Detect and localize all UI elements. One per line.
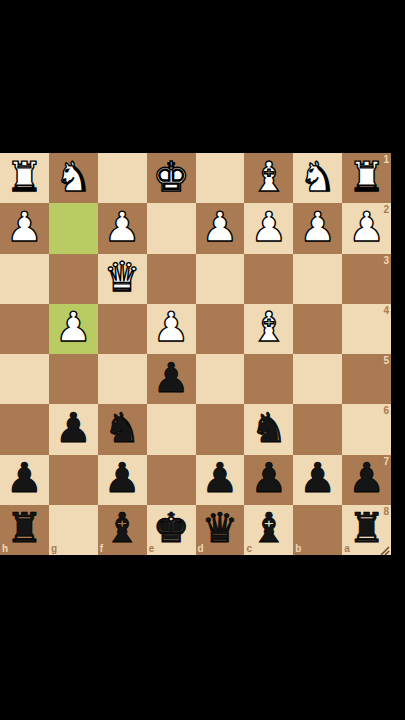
white-pawn[interactable]: ♟	[202, 207, 239, 248]
white-queen[interactable]: ♛	[104, 257, 141, 298]
white-pawn[interactable]: ♟	[6, 207, 43, 248]
rank-label-2: 2	[383, 205, 389, 215]
square-c6[interactable]: ♞	[244, 404, 293, 454]
square-h4[interactable]	[0, 304, 49, 354]
square-c2[interactable]: ♟	[244, 203, 293, 253]
square-f5[interactable]	[98, 354, 147, 404]
square-h6[interactable]	[0, 404, 49, 454]
board-resize-handle-icon[interactable]	[378, 542, 390, 554]
square-e2[interactable]	[147, 203, 196, 253]
square-b4[interactable]	[293, 304, 342, 354]
square-g5[interactable]	[49, 354, 98, 404]
file-label-a: a	[344, 544, 350, 554]
rank-label-4: 4	[383, 306, 389, 316]
square-g6[interactable]: ♟	[49, 404, 98, 454]
square-g2[interactable]	[49, 203, 98, 253]
white-pawn[interactable]: ♟	[348, 207, 385, 248]
square-a4[interactable]: 4	[342, 304, 391, 354]
white-bishop[interactable]: ♝	[250, 307, 287, 348]
square-c1[interactable]: ♝	[244, 153, 293, 203]
square-f2[interactable]: ♟	[98, 203, 147, 253]
square-e7[interactable]	[147, 455, 196, 505]
white-knight[interactable]: ♞	[55, 157, 92, 198]
square-d8[interactable]: ♛d	[196, 505, 245, 555]
square-h5[interactable]	[0, 354, 49, 404]
white-pawn[interactable]: ♟	[153, 307, 190, 348]
square-g1[interactable]: ♞	[49, 153, 98, 203]
square-b1[interactable]: ♞	[293, 153, 342, 203]
square-c5[interactable]	[244, 354, 293, 404]
file-label-d: d	[198, 544, 204, 554]
square-c4[interactable]: ♝	[244, 304, 293, 354]
black-knight[interactable]: ♞	[104, 408, 141, 449]
rank-label-5: 5	[383, 356, 389, 366]
black-bishop[interactable]: ♝	[104, 508, 141, 549]
rank-label-8: 8	[383, 507, 389, 517]
rank-label-6: 6	[383, 406, 389, 416]
square-a7[interactable]: ♟7	[342, 455, 391, 505]
file-label-f: f	[100, 544, 103, 554]
black-pawn[interactable]: ♟	[250, 458, 287, 499]
black-bishop[interactable]: ♝	[250, 508, 287, 549]
black-pawn[interactable]: ♟	[55, 408, 92, 449]
square-f4[interactable]	[98, 304, 147, 354]
square-h7[interactable]: ♟	[0, 455, 49, 505]
square-b3[interactable]	[293, 254, 342, 304]
black-pawn[interactable]: ♟	[299, 458, 336, 499]
file-label-e: e	[149, 544, 155, 554]
square-d7[interactable]: ♟	[196, 455, 245, 505]
white-king[interactable]: ♚	[153, 157, 190, 198]
square-d5[interactable]	[196, 354, 245, 404]
rank-label-3: 3	[383, 256, 389, 266]
black-pawn[interactable]: ♟	[202, 458, 239, 499]
square-b6[interactable]	[293, 404, 342, 454]
square-e6[interactable]	[147, 404, 196, 454]
white-pawn[interactable]: ♟	[299, 207, 336, 248]
file-label-g: g	[51, 544, 57, 554]
black-king[interactable]: ♚	[153, 508, 190, 549]
square-g3[interactable]	[49, 254, 98, 304]
black-pawn[interactable]: ♟	[104, 458, 141, 499]
square-b5[interactable]	[293, 354, 342, 404]
square-a2[interactable]: ♟2	[342, 203, 391, 253]
black-knight[interactable]: ♞	[250, 408, 287, 449]
square-a8[interactable]: ♜8a	[342, 505, 391, 555]
letterbox-bottom	[0, 555, 405, 720]
square-c7[interactable]: ♟	[244, 455, 293, 505]
chess-board: ♜♞♚♝♞♜1♟♟♟♟♟♟2♛3♟♟♝4♟5♟♞♞6♟♟♟♟♟♟7♜hg♝f♚e…	[0, 153, 391, 555]
square-h2[interactable]: ♟	[0, 203, 49, 253]
white-rook[interactable]: ♜	[348, 157, 385, 198]
white-bishop[interactable]: ♝	[250, 157, 287, 198]
file-label-c: c	[246, 544, 252, 554]
black-rook[interactable]: ♜	[6, 508, 43, 549]
square-c3[interactable]	[244, 254, 293, 304]
square-h8[interactable]: ♜h	[0, 505, 49, 555]
black-queen[interactable]: ♛	[202, 508, 239, 549]
black-pawn[interactable]: ♟	[348, 458, 385, 499]
square-f6[interactable]: ♞	[98, 404, 147, 454]
square-a5[interactable]: 5	[342, 354, 391, 404]
white-knight[interactable]: ♞	[299, 157, 336, 198]
square-d2[interactable]: ♟	[196, 203, 245, 253]
white-pawn[interactable]: ♟	[55, 307, 92, 348]
white-pawn[interactable]: ♟	[250, 207, 287, 248]
square-a1[interactable]: ♜1	[342, 153, 391, 203]
square-f1[interactable]	[98, 153, 147, 203]
black-pawn[interactable]: ♟	[6, 458, 43, 499]
square-a3[interactable]: 3	[342, 254, 391, 304]
square-e3[interactable]	[147, 254, 196, 304]
square-a6[interactable]: 6	[342, 404, 391, 454]
square-h3[interactable]	[0, 254, 49, 304]
square-h1[interactable]: ♜	[0, 153, 49, 203]
white-rook[interactable]: ♜	[6, 157, 43, 198]
square-b2[interactable]: ♟	[293, 203, 342, 253]
square-d6[interactable]	[196, 404, 245, 454]
square-f8[interactable]: ♝f	[98, 505, 147, 555]
square-d3[interactable]	[196, 254, 245, 304]
square-c8[interactable]: ♝c	[244, 505, 293, 555]
square-b7[interactable]: ♟	[293, 455, 342, 505]
square-e8[interactable]: ♚e	[147, 505, 196, 555]
square-f7[interactable]: ♟	[98, 455, 147, 505]
square-d4[interactable]	[196, 304, 245, 354]
square-g8[interactable]: g	[49, 505, 98, 555]
square-g4[interactable]: ♟	[49, 304, 98, 354]
square-e5[interactable]: ♟	[147, 354, 196, 404]
file-label-h: h	[2, 544, 8, 554]
rank-label-1: 1	[383, 155, 389, 165]
square-e4[interactable]: ♟	[147, 304, 196, 354]
square-f3[interactable]: ♛	[98, 254, 147, 304]
square-d1[interactable]	[196, 153, 245, 203]
white-pawn[interactable]: ♟	[104, 207, 141, 248]
square-e1[interactable]: ♚	[147, 153, 196, 203]
black-pawn[interactable]: ♟	[153, 358, 190, 399]
square-b8[interactable]: b	[293, 505, 342, 555]
letterbox-top	[0, 0, 405, 153]
file-label-b: b	[295, 544, 301, 554]
square-g7[interactable]	[49, 455, 98, 505]
rank-label-7: 7	[383, 457, 389, 467]
